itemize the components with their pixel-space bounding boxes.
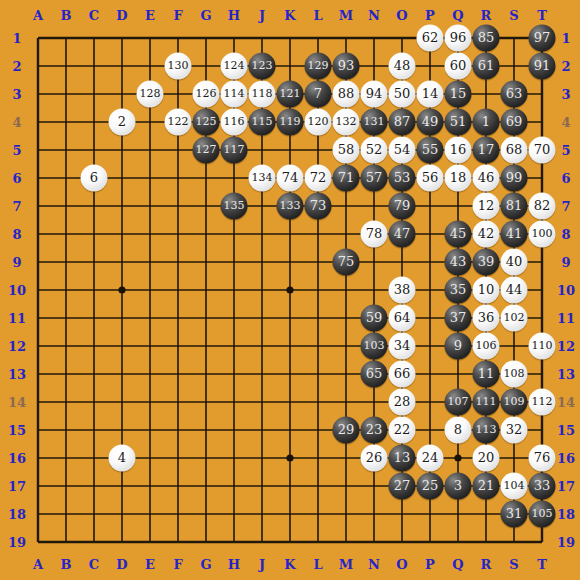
move-number: 46 xyxy=(478,171,495,184)
move-number: 11 xyxy=(478,367,495,380)
row-label-left-1: 1 xyxy=(12,31,21,46)
stone-white-24-P16[interactable]: 24 xyxy=(417,445,444,472)
col-label-bottom-A: A xyxy=(33,557,43,572)
move-number: 82 xyxy=(534,199,551,212)
move-number: 104 xyxy=(504,480,525,491)
row-label-left-4: 4 xyxy=(12,115,21,130)
move-number: 43 xyxy=(450,255,467,268)
col-label-top-G: G xyxy=(200,8,211,23)
move-number: 59 xyxy=(366,311,383,324)
stone-black-107-Q14[interactable]: 107 xyxy=(445,389,472,416)
move-number: 50 xyxy=(394,87,411,100)
move-number: 25 xyxy=(422,479,439,492)
row-label-left-9: 9 xyxy=(12,255,21,270)
move-number: 100 xyxy=(532,228,553,239)
move-number: 48 xyxy=(394,59,411,72)
stone-black-131-N4[interactable]: 131 xyxy=(361,109,388,136)
move-number: 127 xyxy=(196,144,217,155)
stone-black-105-T18[interactable]: 105 xyxy=(529,501,556,528)
stone-white-16-Q5[interactable]: 16 xyxy=(445,137,472,164)
move-number: 58 xyxy=(338,143,355,156)
stone-white-64-O11[interactable]: 64 xyxy=(389,305,416,332)
stone-black-93-M2[interactable]: 93 xyxy=(333,53,360,80)
move-number: 128 xyxy=(140,88,161,99)
move-number: 24 xyxy=(422,451,439,464)
stone-black-123-J2[interactable]: 123 xyxy=(249,53,276,80)
col-label-bottom-H: H xyxy=(228,557,240,572)
row-label-right-6: 6 xyxy=(561,171,570,186)
col-label-top-A: A xyxy=(33,8,43,23)
col-label-bottom-O: O xyxy=(396,557,407,572)
stone-black-27-O17[interactable]: 27 xyxy=(389,473,416,500)
row-label-right-7: 7 xyxy=(561,199,570,214)
move-number: 125 xyxy=(196,116,217,127)
stone-white-122-F4[interactable]: 122 xyxy=(165,109,192,136)
move-number: 54 xyxy=(394,143,411,156)
move-number: 64 xyxy=(394,311,411,324)
go-board[interactable]: AABBCCDDEEFFGGHHJJKKLLMMNNOOPPQQRRSSTT11… xyxy=(0,0,580,580)
col-label-bottom-F: F xyxy=(173,557,182,572)
row-label-left-11: 11 xyxy=(8,311,26,326)
col-label-bottom-M: M xyxy=(339,557,353,572)
stone-white-18-Q6[interactable]: 18 xyxy=(445,165,472,192)
stone-white-126-G3[interactable]: 126 xyxy=(193,81,220,108)
move-number: 55 xyxy=(422,143,439,156)
move-number: 76 xyxy=(534,451,551,464)
stone-white-8-Q15[interactable]: 8 xyxy=(445,417,472,444)
col-label-top-D: D xyxy=(116,8,127,23)
stone-white-44-S10[interactable]: 44 xyxy=(501,277,528,304)
move-number: 133 xyxy=(280,200,301,211)
move-number: 60 xyxy=(450,59,467,72)
stone-black-17-R5[interactable]: 17 xyxy=(473,137,500,164)
col-label-top-E: E xyxy=(145,8,155,23)
move-number: 122 xyxy=(168,116,189,127)
move-number: 79 xyxy=(394,199,411,212)
stone-white-48-O2[interactable]: 48 xyxy=(389,53,416,80)
col-label-bottom-D: D xyxy=(116,557,127,572)
move-number: 72 xyxy=(310,171,327,184)
stone-black-109-S14[interactable]: 109 xyxy=(501,389,528,416)
stone-white-10-R10[interactable]: 10 xyxy=(473,277,500,304)
row-label-right-10: 10 xyxy=(557,283,575,298)
stone-white-52-N5[interactable]: 52 xyxy=(361,137,388,164)
move-number: 56 xyxy=(422,171,439,184)
move-number: 7 xyxy=(314,87,322,100)
move-number: 134 xyxy=(252,172,273,183)
stone-black-1-R4[interactable]: 1 xyxy=(473,109,500,136)
col-label-top-M: M xyxy=(339,8,353,23)
move-number: 62 xyxy=(422,31,439,44)
move-number: 21 xyxy=(478,479,495,492)
row-label-left-19: 19 xyxy=(8,535,26,550)
stone-white-28-O14[interactable]: 28 xyxy=(389,389,416,416)
move-number: 81 xyxy=(506,199,523,212)
stone-white-74-K6[interactable]: 74 xyxy=(277,165,304,192)
col-label-top-N: N xyxy=(368,8,380,23)
row-label-right-14: 14 xyxy=(557,395,575,410)
stone-black-117-H5[interactable]: 117 xyxy=(221,137,248,164)
stone-black-59-N11[interactable]: 59 xyxy=(361,305,388,332)
stone-black-61-R2[interactable]: 61 xyxy=(473,53,500,80)
stone-black-133-K7[interactable]: 133 xyxy=(277,193,304,220)
stone-white-94-N3[interactable]: 94 xyxy=(361,81,388,108)
col-label-bottom-E: E xyxy=(145,557,155,572)
move-number: 35 xyxy=(450,283,467,296)
move-number: 38 xyxy=(394,283,411,296)
stone-black-129-L2[interactable]: 129 xyxy=(305,53,332,80)
move-number: 126 xyxy=(196,88,217,99)
row-label-right-9: 9 xyxy=(561,255,570,270)
col-label-bottom-K: K xyxy=(284,557,295,572)
stone-black-29-M15[interactable]: 29 xyxy=(333,417,360,444)
stone-black-73-L7[interactable]: 73 xyxy=(305,193,332,220)
stone-black-91-T2[interactable]: 91 xyxy=(529,53,556,80)
row-label-left-3: 3 xyxy=(12,87,21,102)
stone-white-108-S13[interactable]: 108 xyxy=(501,361,528,388)
stone-white-106-R12[interactable]: 106 xyxy=(473,333,500,360)
row-label-right-2: 2 xyxy=(561,59,570,74)
stone-black-99-S6[interactable]: 99 xyxy=(501,165,528,192)
stone-white-54-O5[interactable]: 54 xyxy=(389,137,416,164)
row-label-right-12: 12 xyxy=(557,339,575,354)
row-label-left-14: 14 xyxy=(8,395,26,410)
stone-black-43-Q9[interactable]: 43 xyxy=(445,249,472,276)
stone-black-7-L3[interactable]: 7 xyxy=(305,81,332,108)
stone-white-78-N8[interactable]: 78 xyxy=(361,221,388,248)
stone-black-31-S18[interactable]: 31 xyxy=(501,501,528,528)
stone-black-113-R15[interactable]: 113 xyxy=(473,417,500,444)
stone-white-116-H4[interactable]: 116 xyxy=(221,109,248,136)
stone-white-88-M3[interactable]: 88 xyxy=(333,81,360,108)
row-label-left-17: 17 xyxy=(8,479,26,494)
stone-black-41-S8[interactable]: 41 xyxy=(501,221,528,248)
stone-black-65-N13[interactable]: 65 xyxy=(361,361,388,388)
move-number: 26 xyxy=(366,451,383,464)
stone-black-53-O6[interactable]: 53 xyxy=(389,165,416,192)
col-label-bottom-S: S xyxy=(509,557,518,572)
move-number: 119 xyxy=(280,116,301,127)
stone-white-46-R6[interactable]: 46 xyxy=(473,165,500,192)
stone-white-58-M5[interactable]: 58 xyxy=(333,137,360,164)
move-number: 10 xyxy=(478,283,495,296)
stone-black-71-M6[interactable]: 71 xyxy=(333,165,360,192)
stone-white-82-T7[interactable]: 82 xyxy=(529,193,556,220)
stone-black-37-Q11[interactable]: 37 xyxy=(445,305,472,332)
move-number: 112 xyxy=(532,396,553,407)
stone-black-69-S4[interactable]: 69 xyxy=(501,109,528,136)
move-number: 23 xyxy=(366,423,383,436)
move-number: 65 xyxy=(366,367,383,380)
stone-white-22-O15[interactable]: 22 xyxy=(389,417,416,444)
row-label-right-15: 15 xyxy=(557,423,575,438)
move-number: 91 xyxy=(534,59,551,72)
stone-white-2-D4[interactable]: 2 xyxy=(109,109,136,136)
stone-white-124-H2[interactable]: 124 xyxy=(221,53,248,80)
stone-black-23-N15[interactable]: 23 xyxy=(361,417,388,444)
stone-white-12-R7[interactable]: 12 xyxy=(473,193,500,220)
col-label-top-R: R xyxy=(481,8,492,23)
move-number: 3 xyxy=(454,479,462,492)
row-label-left-7: 7 xyxy=(12,199,21,214)
move-number: 123 xyxy=(252,60,273,71)
stone-black-33-T17[interactable]: 33 xyxy=(529,473,556,500)
move-number: 41 xyxy=(506,227,523,240)
move-number: 51 xyxy=(450,115,467,128)
stone-black-121-K3[interactable]: 121 xyxy=(277,81,304,108)
col-label-bottom-J: J xyxy=(259,557,265,572)
move-number: 15 xyxy=(450,87,467,100)
move-number: 118 xyxy=(252,88,273,99)
move-number: 97 xyxy=(534,31,551,44)
move-number: 63 xyxy=(506,87,523,100)
move-number: 28 xyxy=(394,395,411,408)
stone-white-38-O10[interactable]: 38 xyxy=(389,277,416,304)
move-number: 75 xyxy=(338,255,355,268)
stone-black-127-G5[interactable]: 127 xyxy=(193,137,220,164)
stone-black-85-R1[interactable]: 85 xyxy=(473,25,500,52)
col-label-top-L: L xyxy=(313,8,322,23)
row-label-right-11: 11 xyxy=(557,311,575,326)
star-point xyxy=(286,454,293,461)
stone-black-51-Q4[interactable]: 51 xyxy=(445,109,472,136)
move-number: 36 xyxy=(478,311,495,324)
move-number: 121 xyxy=(280,88,301,99)
move-number: 45 xyxy=(450,227,467,240)
move-number: 78 xyxy=(366,227,383,240)
move-number: 8 xyxy=(454,423,462,436)
move-number: 70 xyxy=(534,143,551,156)
col-label-bottom-L: L xyxy=(313,557,322,572)
stone-white-96-Q1[interactable]: 96 xyxy=(445,25,472,52)
stone-white-132-M4[interactable]: 132 xyxy=(333,109,360,136)
star-point xyxy=(286,286,293,293)
move-number: 2 xyxy=(118,115,126,128)
stone-white-104-S17[interactable]: 104 xyxy=(501,473,528,500)
stone-black-21-R17[interactable]: 21 xyxy=(473,473,500,500)
stone-white-128-E3[interactable]: 128 xyxy=(137,81,164,108)
move-number: 74 xyxy=(282,171,299,184)
stone-black-79-O7[interactable]: 79 xyxy=(389,193,416,220)
move-number: 31 xyxy=(506,507,523,520)
move-number: 94 xyxy=(366,87,383,100)
row-label-left-18: 18 xyxy=(8,507,26,522)
move-number: 6 xyxy=(90,171,98,184)
row-label-right-3: 3 xyxy=(561,87,570,102)
move-number: 107 xyxy=(448,396,469,407)
stone-black-47-O8[interactable]: 47 xyxy=(389,221,416,248)
row-label-left-2: 2 xyxy=(12,59,21,74)
move-number: 18 xyxy=(450,171,467,184)
stone-black-97-T1[interactable]: 97 xyxy=(529,25,556,52)
stone-black-45-Q8[interactable]: 45 xyxy=(445,221,472,248)
stone-white-40-S9[interactable]: 40 xyxy=(501,249,528,276)
col-label-bottom-G: G xyxy=(200,557,211,572)
move-number: 39 xyxy=(478,255,495,268)
col-label-top-J: J xyxy=(259,8,265,23)
row-label-left-5: 5 xyxy=(12,143,21,158)
stone-black-49-P4[interactable]: 49 xyxy=(417,109,444,136)
col-label-top-C: C xyxy=(89,8,99,23)
move-number: 42 xyxy=(478,227,495,240)
row-label-left-13: 13 xyxy=(8,367,26,382)
move-number: 73 xyxy=(310,199,327,212)
move-number: 14 xyxy=(422,87,439,100)
move-number: 52 xyxy=(366,143,383,156)
row-label-right-1: 1 xyxy=(561,31,570,46)
stone-black-15-Q3[interactable]: 15 xyxy=(445,81,472,108)
move-number: 117 xyxy=(224,144,245,155)
stone-black-35-Q10[interactable]: 35 xyxy=(445,277,472,304)
col-label-top-T: T xyxy=(537,8,547,23)
stone-black-135-H7[interactable]: 135 xyxy=(221,193,248,220)
move-number: 20 xyxy=(478,451,495,464)
col-label-bottom-C: C xyxy=(89,557,99,572)
move-number: 105 xyxy=(532,508,553,519)
row-label-right-4: 4 xyxy=(561,115,570,130)
move-number: 132 xyxy=(336,116,357,127)
stone-black-25-P17[interactable]: 25 xyxy=(417,473,444,500)
stone-white-120-L4[interactable]: 120 xyxy=(305,109,332,136)
stone-white-20-R16[interactable]: 20 xyxy=(473,445,500,472)
stone-black-3-Q17[interactable]: 3 xyxy=(445,473,472,500)
col-label-bottom-Q: Q xyxy=(452,557,463,572)
move-number: 93 xyxy=(338,59,355,72)
stone-white-66-O13[interactable]: 66 xyxy=(389,361,416,388)
stone-white-72-L6[interactable]: 72 xyxy=(305,165,332,192)
stone-black-81-S7[interactable]: 81 xyxy=(501,193,528,220)
row-label-right-8: 8 xyxy=(561,227,570,242)
stone-black-125-G4[interactable]: 125 xyxy=(193,109,220,136)
move-number: 37 xyxy=(450,311,467,324)
move-number: 12 xyxy=(478,199,495,212)
row-label-left-16: 16 xyxy=(8,451,26,466)
stone-black-115-J4[interactable]: 115 xyxy=(249,109,276,136)
stone-white-42-R8[interactable]: 42 xyxy=(473,221,500,248)
stone-white-114-H3[interactable]: 114 xyxy=(221,81,248,108)
move-number: 85 xyxy=(478,31,495,44)
stone-white-70-T5[interactable]: 70 xyxy=(529,137,556,164)
stone-black-87-O4[interactable]: 87 xyxy=(389,109,416,136)
row-label-left-6: 6 xyxy=(12,171,21,186)
move-number: 131 xyxy=(364,116,385,127)
stone-white-32-S15[interactable]: 32 xyxy=(501,417,528,444)
stone-black-11-R13[interactable]: 11 xyxy=(473,361,500,388)
row-label-left-15: 15 xyxy=(8,423,26,438)
star-point xyxy=(118,286,125,293)
row-label-left-10: 10 xyxy=(8,283,26,298)
move-number: 113 xyxy=(476,424,497,435)
move-number: 96 xyxy=(450,31,467,44)
move-number: 103 xyxy=(364,340,385,351)
stone-white-62-P1[interactable]: 62 xyxy=(417,25,444,52)
move-number: 108 xyxy=(504,368,525,379)
col-label-top-O: O xyxy=(396,8,407,23)
stone-white-36-R11[interactable]: 36 xyxy=(473,305,500,332)
stone-black-119-K4[interactable]: 119 xyxy=(277,109,304,136)
move-number: 61 xyxy=(478,59,495,72)
col-label-top-Q: Q xyxy=(452,8,463,23)
stone-white-134-J6[interactable]: 134 xyxy=(249,165,276,192)
col-label-bottom-B: B xyxy=(61,557,72,572)
stone-white-50-O3[interactable]: 50 xyxy=(389,81,416,108)
star-point xyxy=(454,454,461,461)
move-number: 109 xyxy=(504,396,525,407)
move-number: 13 xyxy=(394,451,411,464)
stone-white-118-J3[interactable]: 118 xyxy=(249,81,276,108)
stone-white-100-T8[interactable]: 100 xyxy=(529,221,556,248)
stone-black-75-M9[interactable]: 75 xyxy=(333,249,360,276)
stone-white-68-S5[interactable]: 68 xyxy=(501,137,528,164)
stone-black-39-R9[interactable]: 39 xyxy=(473,249,500,276)
move-number: 135 xyxy=(224,200,245,211)
col-label-bottom-N: N xyxy=(368,557,380,572)
move-number: 49 xyxy=(422,115,439,128)
move-number: 4 xyxy=(118,451,126,464)
stone-white-4-D16[interactable]: 4 xyxy=(109,445,136,472)
move-number: 53 xyxy=(394,171,411,184)
move-number: 111 xyxy=(476,396,497,407)
move-number: 40 xyxy=(506,255,523,268)
move-number: 71 xyxy=(338,171,355,184)
move-number: 87 xyxy=(394,115,411,128)
stone-white-34-O12[interactable]: 34 xyxy=(389,333,416,360)
stone-white-6-C6[interactable]: 6 xyxy=(81,165,108,192)
col-label-top-B: B xyxy=(61,8,72,23)
move-number: 106 xyxy=(476,340,497,351)
stone-black-13-O16[interactable]: 13 xyxy=(389,445,416,472)
stone-white-110-T12[interactable]: 110 xyxy=(529,333,556,360)
move-number: 47 xyxy=(394,227,411,240)
stone-white-112-T14[interactable]: 112 xyxy=(529,389,556,416)
stone-black-111-R14[interactable]: 111 xyxy=(473,389,500,416)
move-number: 68 xyxy=(506,143,523,156)
col-label-top-H: H xyxy=(228,8,240,23)
stone-white-56-P6[interactable]: 56 xyxy=(417,165,444,192)
stone-white-102-S11[interactable]: 102 xyxy=(501,305,528,332)
stone-black-63-S3[interactable]: 63 xyxy=(501,81,528,108)
stone-black-103-N12[interactable]: 103 xyxy=(361,333,388,360)
row-label-right-13: 13 xyxy=(557,367,575,382)
move-number: 27 xyxy=(394,479,411,492)
row-label-right-17: 17 xyxy=(557,479,575,494)
stone-black-55-P5[interactable]: 55 xyxy=(417,137,444,164)
row-label-left-8: 8 xyxy=(12,227,21,242)
move-number: 22 xyxy=(394,423,411,436)
move-number: 1 xyxy=(482,115,490,128)
stone-black-57-N6[interactable]: 57 xyxy=(361,165,388,192)
move-number: 129 xyxy=(308,60,329,71)
stone-white-76-T16[interactable]: 76 xyxy=(529,445,556,472)
col-label-top-S: S xyxy=(509,8,518,23)
stone-white-60-Q2[interactable]: 60 xyxy=(445,53,472,80)
row-label-left-12: 12 xyxy=(8,339,26,354)
col-label-bottom-R: R xyxy=(481,557,492,572)
stone-white-26-N16[interactable]: 26 xyxy=(361,445,388,472)
col-label-top-K: K xyxy=(284,8,295,23)
move-number: 9 xyxy=(454,339,462,352)
stone-white-130-F2[interactable]: 130 xyxy=(165,53,192,80)
col-label-bottom-T: T xyxy=(537,557,547,572)
move-number: 124 xyxy=(224,60,245,71)
move-number: 57 xyxy=(366,171,383,184)
move-number: 88 xyxy=(338,87,355,100)
move-number: 110 xyxy=(532,340,553,351)
stone-white-14-P3[interactable]: 14 xyxy=(417,81,444,108)
row-label-right-16: 16 xyxy=(557,451,575,466)
stone-black-9-Q12[interactable]: 9 xyxy=(445,333,472,360)
move-number: 29 xyxy=(338,423,355,436)
